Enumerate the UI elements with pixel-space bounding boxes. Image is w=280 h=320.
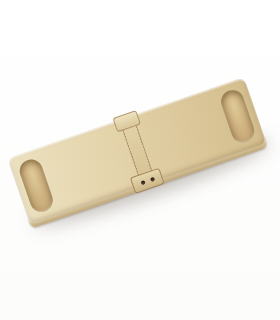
- product-photo-background: [0, 0, 280, 320]
- hinge-pin: [149, 177, 154, 182]
- hinge-pin: [140, 180, 145, 185]
- mancala-board: [7, 77, 266, 225]
- board-left-half: [7, 120, 141, 224]
- board-tilt-wrapper: [7, 77, 266, 225]
- latch-tab: [112, 110, 141, 132]
- board-right-half: [133, 77, 267, 181]
